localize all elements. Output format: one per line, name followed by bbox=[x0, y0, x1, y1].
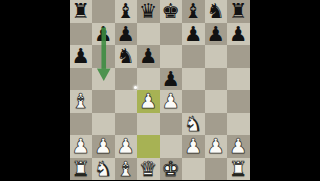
piece-black-pawn[interactable]: ♟ bbox=[139, 45, 157, 68]
square-d3[interactable] bbox=[137, 113, 160, 136]
square-g1[interactable] bbox=[205, 158, 228, 181]
square-a6[interactable]: ♟ bbox=[70, 45, 93, 68]
piece-white-knight[interactable]: ♞ bbox=[184, 112, 202, 135]
square-h8[interactable]: ♜ bbox=[227, 0, 250, 23]
piece-white-pawn[interactable]: ♟ bbox=[117, 135, 135, 158]
square-e8[interactable]: ♚ bbox=[160, 0, 183, 23]
square-h3[interactable] bbox=[227, 113, 250, 136]
piece-black-knight[interactable]: ♞ bbox=[117, 45, 135, 68]
piece-black-pawn[interactable]: ♟ bbox=[162, 67, 180, 90]
piece-white-rook[interactable]: ♜ bbox=[72, 157, 90, 180]
piece-black-pawn[interactable]: ♟ bbox=[207, 22, 225, 45]
square-h5[interactable] bbox=[227, 68, 250, 91]
square-c3[interactable] bbox=[115, 113, 138, 136]
square-f6[interactable] bbox=[182, 45, 205, 68]
square-h2[interactable]: ♟ bbox=[227, 135, 250, 158]
piece-white-knight[interactable]: ♞ bbox=[94, 157, 112, 180]
piece-black-king[interactable]: ♚ bbox=[162, 0, 180, 22]
piece-black-rook[interactable]: ♜ bbox=[229, 0, 247, 22]
square-d4[interactable]: ♟ bbox=[137, 90, 160, 113]
piece-black-knight[interactable]: ♞ bbox=[207, 0, 225, 22]
square-b4[interactable] bbox=[92, 90, 115, 113]
square-g2[interactable]: ♟ bbox=[205, 135, 228, 158]
letterbox-left bbox=[0, 0, 70, 180]
piece-white-rook[interactable]: ♜ bbox=[229, 157, 247, 180]
square-c8[interactable]: ♝ bbox=[115, 0, 138, 23]
piece-white-king[interactable]: ♚ bbox=[162, 157, 180, 180]
piece-white-pawn[interactable]: ♟ bbox=[72, 135, 90, 158]
piece-white-bishop[interactable]: ♝ bbox=[117, 157, 135, 180]
square-d1[interactable]: ♛ bbox=[137, 158, 160, 181]
square-a7[interactable] bbox=[70, 23, 93, 46]
piece-white-bishop[interactable]: ♝ bbox=[72, 90, 90, 113]
square-f5[interactable] bbox=[182, 68, 205, 91]
piece-black-bishop[interactable]: ♝ bbox=[117, 0, 135, 22]
square-a5[interactable] bbox=[70, 68, 93, 91]
square-g7[interactable]: ♟ bbox=[205, 23, 228, 46]
square-a4[interactable]: ♝ bbox=[70, 90, 93, 113]
chess-board[interactable]: ♜♝♛♚♝♞♜♟♟♟♟♟♟♞♟♟♝♟♟♞♟♟♟♟♟♟♜♞♝♛♚♜ bbox=[70, 0, 250, 180]
square-h6[interactable] bbox=[227, 45, 250, 68]
square-b1[interactable]: ♞ bbox=[92, 158, 115, 181]
square-g6[interactable] bbox=[205, 45, 228, 68]
square-e3[interactable] bbox=[160, 113, 183, 136]
square-a8[interactable]: ♜ bbox=[70, 0, 93, 23]
piece-black-rook[interactable]: ♜ bbox=[72, 0, 90, 22]
square-f2[interactable]: ♟ bbox=[182, 135, 205, 158]
letterbox-right bbox=[250, 0, 320, 180]
square-e6[interactable] bbox=[160, 45, 183, 68]
piece-white-queen[interactable]: ♛ bbox=[139, 157, 157, 180]
piece-black-pawn[interactable]: ♟ bbox=[94, 22, 112, 45]
piece-black-bishop[interactable]: ♝ bbox=[184, 0, 202, 22]
piece-white-pawn[interactable]: ♟ bbox=[94, 135, 112, 158]
square-e5[interactable]: ♟ bbox=[160, 68, 183, 91]
piece-black-queen[interactable]: ♛ bbox=[139, 0, 157, 22]
piece-white-pawn[interactable]: ♟ bbox=[162, 90, 180, 113]
square-h4[interactable] bbox=[227, 90, 250, 113]
square-c2[interactable]: ♟ bbox=[115, 135, 138, 158]
piece-white-pawn[interactable]: ♟ bbox=[184, 135, 202, 158]
piece-black-pawn[interactable]: ♟ bbox=[184, 22, 202, 45]
square-f8[interactable]: ♝ bbox=[182, 0, 205, 23]
square-b7[interactable]: ♟ bbox=[92, 23, 115, 46]
square-a2[interactable]: ♟ bbox=[70, 135, 93, 158]
square-e2[interactable] bbox=[160, 135, 183, 158]
square-e4[interactable]: ♟ bbox=[160, 90, 183, 113]
square-c4[interactable] bbox=[115, 90, 138, 113]
cursor-dot bbox=[134, 86, 137, 89]
square-b8[interactable] bbox=[92, 0, 115, 23]
square-g5[interactable] bbox=[205, 68, 228, 91]
square-d8[interactable]: ♛ bbox=[137, 0, 160, 23]
piece-black-pawn[interactable]: ♟ bbox=[117, 22, 135, 45]
square-c6[interactable]: ♞ bbox=[115, 45, 138, 68]
square-e7[interactable] bbox=[160, 23, 183, 46]
square-g4[interactable] bbox=[205, 90, 228, 113]
square-a1[interactable]: ♜ bbox=[70, 158, 93, 181]
square-b5[interactable] bbox=[92, 68, 115, 91]
piece-white-pawn[interactable]: ♟ bbox=[229, 135, 247, 158]
piece-white-pawn[interactable]: ♟ bbox=[207, 135, 225, 158]
square-e1[interactable]: ♚ bbox=[160, 158, 183, 181]
square-f7[interactable]: ♟ bbox=[182, 23, 205, 46]
square-d7[interactable] bbox=[137, 23, 160, 46]
square-g8[interactable]: ♞ bbox=[205, 0, 228, 23]
square-d2[interactable] bbox=[137, 135, 160, 158]
square-c1[interactable]: ♝ bbox=[115, 158, 138, 181]
square-d6[interactable]: ♟ bbox=[137, 45, 160, 68]
piece-black-pawn[interactable]: ♟ bbox=[72, 45, 90, 68]
square-b6[interactable] bbox=[92, 45, 115, 68]
square-d5[interactable] bbox=[137, 68, 160, 91]
piece-white-pawn[interactable]: ♟ bbox=[139, 90, 157, 113]
piece-black-pawn[interactable]: ♟ bbox=[229, 22, 247, 45]
square-b2[interactable]: ♟ bbox=[92, 135, 115, 158]
square-c7[interactable]: ♟ bbox=[115, 23, 138, 46]
square-f1[interactable] bbox=[182, 158, 205, 181]
video-frame: ♜♝♛♚♝♞♜♟♟♟♟♟♟♞♟♟♝♟♟♞♟♟♟♟♟♟♜♞♝♛♚♜ bbox=[0, 0, 320, 180]
square-h1[interactable]: ♜ bbox=[227, 158, 250, 181]
square-b3[interactable] bbox=[92, 113, 115, 136]
square-a3[interactable] bbox=[70, 113, 93, 136]
square-f4[interactable] bbox=[182, 90, 205, 113]
square-h7[interactable]: ♟ bbox=[227, 23, 250, 46]
square-g3[interactable] bbox=[205, 113, 228, 136]
square-f3[interactable]: ♞ bbox=[182, 113, 205, 136]
